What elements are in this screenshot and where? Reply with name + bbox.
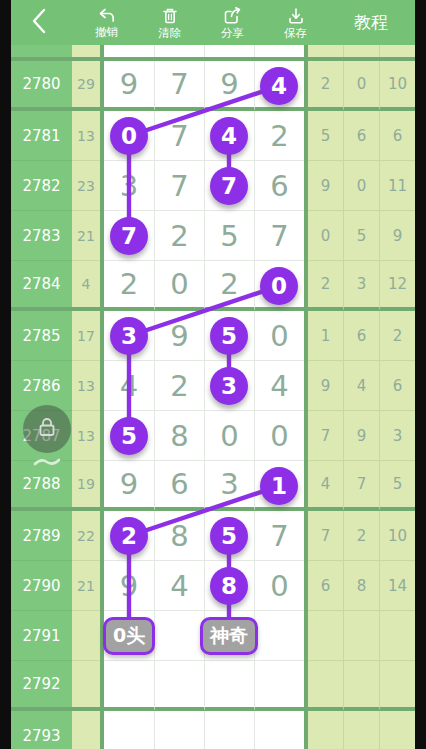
extra-cell [379,45,415,57]
drawn-circle[interactable]: 0 [260,267,298,305]
digit-cell[interactable] [104,711,154,749]
share-label: 分享 [221,27,244,40]
table-row: 2793 [11,711,415,749]
share-icon [222,6,243,26]
digit-cell[interactable] [154,661,204,711]
digit-cell[interactable]: 3 [204,461,254,511]
extra-cell [343,45,379,57]
extra-cell: 10 [379,61,415,111]
app: 撤销 清除 [11,0,415,749]
drawn-circle[interactable]: 5 [110,417,148,455]
digit-cell [204,45,254,57]
digit-cell[interactable]: 6 [254,161,304,211]
extra-cell: 0 [308,211,343,261]
save-icon [286,6,306,26]
extra-cell: 4 [308,461,343,511]
sum-cell [72,45,100,57]
extra-cell: 3 [379,411,415,461]
period-cell: 2783 [11,211,72,261]
save-label: 保存 [284,27,307,40]
partial-prev-row [11,45,415,61]
period-cell: 2786 [11,361,72,411]
drawn-circle[interactable]: 3 [110,317,148,355]
digit-cell[interactable]: 0 [254,411,304,461]
sum-cell [72,611,100,661]
drawn-circle[interactable]: 4 [210,117,248,155]
digit-cell[interactable]: 0 [254,561,304,611]
sum-cell: 17 [72,311,100,361]
digit-cell[interactable] [154,711,204,749]
digit-cell[interactable]: 7 [154,61,204,111]
extra-cell: 6 [308,561,343,611]
extra-cell: 6 [343,311,379,361]
digit-cell[interactable]: 2 [104,261,154,311]
trash-icon [160,6,180,26]
digit-cell[interactable] [204,661,254,711]
table-row: 2783217257059 [11,211,415,261]
period-cell: 2784 [11,261,72,311]
digit-cell[interactable] [254,611,304,661]
digit-cell[interactable]: 9 [154,311,204,361]
extra-cell: 11 [379,161,415,211]
period-cell: 2788 [11,461,72,511]
digit-cell[interactable]: 7 [154,111,204,161]
digit-cell[interactable]: 7 [254,211,304,261]
digit-cell[interactable] [104,661,154,711]
annotation-chip[interactable]: 0头 [103,617,155,655]
digit-cell[interactable]: 0 [154,261,204,311]
extra-cell: 2 [379,311,415,361]
extra-cell [379,611,415,661]
sum-cell: 13 [72,111,100,161]
digit-cell[interactable]: 9 [204,61,254,111]
extra-cell: 7 [343,461,379,511]
extra-cell: 5 [343,211,379,261]
extra-cell: 12 [379,261,415,311]
sum-cell: 13 [72,411,100,461]
extra-cell: 5 [308,111,343,161]
extra-cell: 4 [343,361,379,411]
digit-cell[interactable] [204,711,254,749]
annotation-chip[interactable]: 神奇 [200,617,258,655]
period-cell: 2782 [11,161,72,211]
digit-cell[interactable]: 9 [104,561,154,611]
sum-cell: 21 [72,561,100,611]
digit-cell[interactable]: 0 [204,411,254,461]
digit-cell[interactable]: 9 [104,461,154,511]
extra-cell [343,711,379,749]
extra-cell: 3 [343,261,379,311]
extra-cell: 6 [379,111,415,161]
left-black-edge [0,0,11,749]
tutorial-button[interactable]: 教程 [327,11,415,34]
period-cell: 2780 [11,61,72,111]
save-button[interactable]: 保存 [264,6,327,40]
digit-cell[interactable]: 2 [154,361,204,411]
extra-cell: 1 [308,311,343,361]
sum-cell: 21 [72,211,100,261]
extra-cell [343,611,379,661]
digit-cell[interactable]: 9 [104,61,154,111]
sum-cell [72,711,100,749]
period-cell: 2793 [11,711,72,749]
digit-cell[interactable]: 3 [104,161,154,211]
toolbar: 撤销 清除 [11,0,415,45]
sum-cell: 22 [72,511,100,561]
back-button[interactable] [11,0,75,45]
extra-cell: 2 [308,61,343,111]
extra-cell: 9 [343,411,379,461]
screen: 撤销 清除 [0,0,426,749]
extra-cell: 14 [379,561,415,611]
table-row: 2792 [11,661,415,711]
extra-cell: 9 [379,211,415,261]
digit-cell[interactable]: 8 [154,511,204,561]
sum-cell: 23 [72,161,100,211]
lock-icon [35,415,59,443]
digit-cell[interactable]: 2 [204,261,254,311]
table-row: 2788199631475 [11,461,415,511]
drawn-circle[interactable]: 7 [110,217,148,255]
extra-cell [343,661,379,711]
extra-cell: 0 [343,61,379,111]
digit-cell[interactable]: 2 [254,111,304,161]
undo-icon [96,6,117,25]
period-cell: 2785 [11,311,72,361]
digit-cell[interactable]: 7 [154,161,204,211]
chevron-left-icon [29,7,49,39]
sum-cell: 29 [72,61,100,111]
digit-cell[interactable] [254,661,304,711]
drawn-circle[interactable]: 2 [110,517,148,555]
digit-cell[interactable] [154,611,204,661]
table-row: 2784420202312 [11,261,415,311]
extra-cell [308,661,343,711]
extra-cell: 9 [308,361,343,411]
extra-cell: 7 [308,511,343,561]
clear-button[interactable]: 清除 [138,6,201,40]
extra-cell: 8 [343,561,379,611]
digit-cell[interactable]: 6 [154,461,204,511]
extra-cell: 0 [343,161,379,211]
extra-cell [379,711,415,749]
undo-button[interactable]: 撤销 [75,6,138,39]
digit-cell [104,45,154,57]
digit-cell[interactable]: 7 [254,511,304,561]
undo-label: 撤销 [95,26,118,39]
digit-cell[interactable]: 0 [254,311,304,361]
sum-cell: 4 [72,261,100,311]
drag-handle-icon[interactable] [29,456,65,468]
extra-cell: 10 [379,511,415,561]
digit-cell[interactable]: 2 [154,211,204,261]
drawn-circle[interactable]: 1 [260,467,298,505]
extra-cell: 5 [379,461,415,511]
extra-cell [379,661,415,711]
period-cell: 2790 [11,561,72,611]
sum-cell: 19 [72,461,100,511]
digit-cell[interactable] [254,711,304,749]
drawn-circle[interactable]: 5 [210,317,248,355]
digit-cell [154,45,204,57]
extra-cell [308,611,343,661]
table-row: 27802997942010 [11,61,415,111]
sum-cell [72,661,100,711]
period-cell: 2781 [11,111,72,161]
right-black-edge [415,0,426,749]
extra-cell [308,711,343,749]
drawn-circle[interactable]: 7 [210,167,248,205]
share-button[interactable]: 分享 [201,6,264,40]
period-cell: 2792 [11,661,72,711]
drawn-circle[interactable]: 4 [260,67,298,105]
clear-label: 清除 [158,27,181,40]
extra-cell: 7 [308,411,343,461]
digit-cell[interactable]: 8 [154,411,204,461]
digit-cell[interactable]: 5 [204,211,254,261]
extra-cell: 9 [308,161,343,211]
period-cell: 2791 [11,611,72,661]
period-cell [11,45,72,57]
extra-cell: 2 [343,511,379,561]
drawn-circle[interactable]: 0 [110,117,148,155]
digit-cell[interactable]: 4 [104,361,154,411]
extra-cell: 6 [343,111,379,161]
lock-button[interactable] [23,405,71,453]
sum-cell: 13 [72,361,100,411]
extra-cell: 2 [308,261,343,311]
period-cell: 2789 [11,511,72,561]
drawn-circle[interactable]: 5 [210,517,248,555]
digit-cell[interactable]: 4 [254,361,304,411]
table-row: 2787135800793 [11,411,415,461]
digit-cell [254,45,304,57]
extra-cell: 6 [379,361,415,411]
drawn-circle[interactable]: 3 [210,367,248,405]
drawn-circle[interactable]: 8 [210,567,248,605]
extra-cell [308,45,343,57]
digit-cell[interactable]: 4 [154,561,204,611]
